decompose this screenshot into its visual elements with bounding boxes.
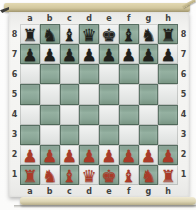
- piece-red-bishop-c1[interactable]: ♝: [62, 167, 77, 186]
- square-e8[interactable]: ♚: [99, 24, 119, 44]
- piece-black-pawn-f7[interactable]: ♟: [121, 46, 136, 65]
- square-h7[interactable]: ♟: [158, 44, 178, 64]
- rank-label-right-3: 3: [178, 125, 189, 145]
- piece-black-rook-h8[interactable]: ♜: [161, 26, 176, 45]
- file-label-top-g: g: [139, 12, 159, 24]
- square-g7[interactable]: ♟: [139, 44, 159, 64]
- square-c2[interactable]: ♟: [60, 145, 80, 165]
- square-d2[interactable]: ♟: [79, 145, 99, 165]
- square-h1[interactable]: ♜: [158, 165, 178, 185]
- square-h4[interactable]: [158, 105, 178, 125]
- hanging-rod-top: [4, 3, 190, 12]
- piece-black-pawn-e7[interactable]: ♟: [101, 46, 116, 65]
- square-b6[interactable]: [40, 64, 60, 84]
- rank-label-right-6: 6: [178, 64, 189, 84]
- square-b2[interactable]: ♟: [40, 145, 60, 165]
- piece-red-pawn-c2[interactable]: ♟: [62, 147, 77, 166]
- rank-label-left-1: 1: [9, 165, 20, 185]
- square-h6[interactable]: [158, 64, 178, 84]
- piece-black-rook-a8[interactable]: ♜: [22, 26, 37, 45]
- rolled-dowel-bottom: [20, 197, 196, 205]
- square-g4[interactable]: [139, 105, 159, 125]
- piece-red-pawn-h2[interactable]: ♟: [161, 147, 176, 166]
- square-d6[interactable]: [79, 64, 99, 84]
- square-b3[interactable]: [40, 125, 60, 145]
- rank-label-right-7: 7: [178, 44, 189, 64]
- file-label-bottom-f: f: [119, 185, 139, 197]
- square-g1[interactable]: ♞: [139, 165, 159, 185]
- square-h5[interactable]: [158, 84, 178, 104]
- square-a3[interactable]: [20, 125, 40, 145]
- file-label-bottom-d: d: [79, 185, 99, 197]
- rank-label-right-5: 5: [178, 84, 189, 104]
- piece-red-pawn-f2[interactable]: ♟: [121, 147, 136, 166]
- square-d3[interactable]: [79, 125, 99, 145]
- square-d4[interactable]: [79, 105, 99, 125]
- square-f2[interactable]: ♟: [119, 145, 139, 165]
- piece-red-queen-d1[interactable]: ♛: [82, 167, 97, 186]
- piece-red-knight-g1[interactable]: ♞: [141, 167, 156, 186]
- board-banner: aabbccddeeffgghh8877665544332211♜♞♝♛♚♝♞♜…: [9, 12, 189, 197]
- rank-label-left-8: 8: [9, 24, 20, 44]
- square-c3[interactable]: [60, 125, 80, 145]
- rank-label-right-8: 8: [178, 24, 189, 44]
- square-b1[interactable]: ♞: [40, 165, 60, 185]
- square-c8[interactable]: ♝: [60, 24, 80, 44]
- piece-red-rook-h1[interactable]: ♜: [161, 167, 176, 186]
- rank-label-left-3: 3: [9, 125, 20, 145]
- square-d7[interactable]: ♟: [79, 44, 99, 64]
- square-a2[interactable]: ♟: [20, 145, 40, 165]
- piece-red-bishop-f1[interactable]: ♝: [121, 167, 136, 186]
- file-label-top-b: b: [40, 12, 60, 24]
- square-a5[interactable]: [20, 84, 40, 104]
- piece-black-bishop-c8[interactable]: ♝: [62, 26, 77, 45]
- square-e3[interactable]: [99, 125, 119, 145]
- square-a4[interactable]: [20, 105, 40, 125]
- piece-black-pawn-c7[interactable]: ♟: [62, 46, 77, 65]
- file-label-bottom-a: a: [20, 185, 40, 197]
- rank-label-left-5: 5: [9, 84, 20, 104]
- piece-red-king-e1[interactable]: ♚: [101, 167, 116, 186]
- square-h2[interactable]: ♟: [158, 145, 178, 165]
- square-g6[interactable]: [139, 64, 159, 84]
- rank-label-right-2: 2: [178, 145, 189, 165]
- file-label-top-c: c: [60, 12, 80, 24]
- square-f4[interactable]: [119, 105, 139, 125]
- square-c6[interactable]: [60, 64, 80, 84]
- square-d5[interactable]: [79, 84, 99, 104]
- rank-label-right-4: 4: [178, 105, 189, 125]
- square-f6[interactable]: [119, 64, 139, 84]
- square-d1[interactable]: ♛: [79, 165, 99, 185]
- demo-chess-board-photo: aabbccddeeffgghh8877665544332211♜♞♝♛♚♝♞♜…: [0, 0, 196, 210]
- square-c5[interactable]: [60, 84, 80, 104]
- square-a7[interactable]: ♟: [20, 44, 40, 64]
- square-f1[interactable]: ♝: [119, 165, 139, 185]
- square-e1[interactable]: ♚: [99, 165, 119, 185]
- square-a8[interactable]: ♜: [20, 24, 40, 44]
- file-label-bottom-c: c: [60, 185, 80, 197]
- piece-red-pawn-b2[interactable]: ♟: [42, 147, 57, 166]
- square-g5[interactable]: [139, 84, 159, 104]
- square-b4[interactable]: [40, 105, 60, 125]
- file-label-bottom-b: b: [40, 185, 60, 197]
- square-f5[interactable]: [119, 84, 139, 104]
- file-label-top-h: h: [158, 12, 178, 24]
- piece-red-pawn-e2[interactable]: ♟: [101, 147, 116, 166]
- square-d8[interactable]: ♛: [79, 24, 99, 44]
- square-e2[interactable]: ♟: [99, 145, 119, 165]
- piece-black-pawn-a7[interactable]: ♟: [22, 46, 37, 65]
- piece-black-pawn-g7[interactable]: ♟: [141, 46, 156, 65]
- square-c4[interactable]: [60, 105, 80, 125]
- file-label-top-e: e: [99, 12, 119, 24]
- square-c7[interactable]: ♟: [60, 44, 80, 64]
- file-label-bottom-g: g: [139, 185, 159, 197]
- square-c1[interactable]: ♝: [60, 165, 80, 185]
- square-h3[interactable]: [158, 125, 178, 145]
- file-label-bottom-h: h: [158, 185, 178, 197]
- piece-black-knight-g8[interactable]: ♞: [141, 26, 156, 45]
- square-f8[interactable]: ♝: [119, 24, 139, 44]
- piece-red-pawn-d2[interactable]: ♟: [82, 147, 97, 166]
- square-a1[interactable]: ♜: [20, 165, 40, 185]
- piece-black-pawn-h7[interactable]: ♟: [161, 46, 176, 65]
- piece-red-rook-a1[interactable]: ♜: [22, 167, 37, 186]
- piece-red-pawn-a2[interactable]: ♟: [22, 147, 37, 166]
- piece-black-king-e8[interactable]: ♚: [101, 26, 116, 45]
- piece-black-pawn-b7[interactable]: ♟: [42, 46, 57, 65]
- rank-label-right-1: 1: [178, 165, 189, 185]
- square-e6[interactable]: [99, 64, 119, 84]
- file-label-top-d: d: [79, 12, 99, 24]
- square-b5[interactable]: [40, 84, 60, 104]
- dowel-shadow: [14, 205, 196, 208]
- square-f3[interactable]: [119, 125, 139, 145]
- square-e4[interactable]: [99, 105, 119, 125]
- rank-label-left-4: 4: [9, 105, 20, 125]
- square-f7[interactable]: ♟: [119, 44, 139, 64]
- piece-black-knight-b8[interactable]: ♞: [42, 26, 57, 45]
- square-b8[interactable]: ♞: [40, 24, 60, 44]
- piece-black-pawn-d7[interactable]: ♟: [82, 46, 97, 65]
- square-g3[interactable]: [139, 125, 159, 145]
- file-label-bottom-e: e: [99, 185, 119, 197]
- square-h8[interactable]: ♜: [158, 24, 178, 44]
- file-label-top-f: f: [119, 12, 139, 24]
- piece-black-queen-d8[interactable]: ♛: [82, 26, 97, 45]
- square-e5[interactable]: [99, 84, 119, 104]
- square-g2[interactable]: ♟: [139, 145, 159, 165]
- rank-label-left-6: 6: [9, 64, 20, 84]
- piece-red-pawn-g2[interactable]: ♟: [141, 147, 156, 166]
- rank-label-left-7: 7: [9, 44, 20, 64]
- piece-black-bishop-f8[interactable]: ♝: [121, 26, 136, 45]
- square-e7[interactable]: ♟: [99, 44, 119, 64]
- file-label-top-a: a: [20, 12, 40, 24]
- square-b7[interactable]: ♟: [40, 44, 60, 64]
- square-a6[interactable]: [20, 64, 40, 84]
- piece-red-knight-b1[interactable]: ♞: [42, 167, 57, 186]
- square-g8[interactable]: ♞: [139, 24, 159, 44]
- rank-label-left-2: 2: [9, 145, 20, 165]
